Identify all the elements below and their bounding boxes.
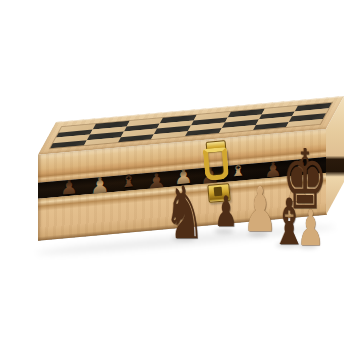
standing-piece-pawn-dark: ♟ — [213, 191, 239, 233]
product-photo-chess-box: ♟ ♟ ♝ ♟ ♟ ♟ ♝ ♟ ♟ ♟ ♚ ♞ ♟ ♟ ♝ ♟ — [0, 0, 350, 350]
standing-piece-knight-dark: ♞ — [162, 176, 207, 249]
standing-piece-pawn-light: ♟ — [295, 204, 325, 253]
